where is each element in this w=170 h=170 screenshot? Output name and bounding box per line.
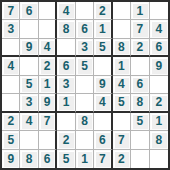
- cell-r3c9[interactable]: 6: [150, 39, 168, 57]
- cell-r8c2[interactable]: [20, 131, 38, 149]
- cell-r5c8[interactable]: 6: [131, 76, 149, 94]
- cell-r6c1[interactable]: [2, 94, 20, 112]
- cell-r4c7[interactable]: 1: [113, 57, 131, 75]
- cell-r5c3[interactable]: 1: [39, 76, 57, 94]
- cell-r5c1[interactable]: [2, 76, 20, 94]
- cell-r7c9[interactable]: 1: [150, 113, 168, 131]
- cell-r8c8[interactable]: [131, 131, 149, 149]
- cell-r1c7[interactable]: [113, 2, 131, 20]
- cell-r9c4[interactable]: 5: [57, 150, 75, 168]
- sudoku-puzzle: 7642138617494358264265195139463914582247…: [0, 0, 170, 170]
- cell-r2c7[interactable]: [113, 20, 131, 38]
- cell-r7c6[interactable]: [94, 113, 112, 131]
- cell-r6c7[interactable]: 5: [113, 94, 131, 112]
- cell-r3c5[interactable]: 3: [76, 39, 94, 57]
- cell-r8c1[interactable]: 5: [2, 131, 20, 149]
- cell-r3c1[interactable]: [2, 39, 20, 57]
- cell-r3c3[interactable]: 4: [39, 39, 57, 57]
- cell-r1c5[interactable]: [76, 2, 94, 20]
- cell-r8c9[interactable]: 8: [150, 131, 168, 149]
- cell-r5c7[interactable]: 4: [113, 76, 131, 94]
- cell-r9c1[interactable]: 9: [2, 150, 20, 168]
- cell-r7c1[interactable]: 2: [2, 113, 20, 131]
- cell-r9c9[interactable]: [150, 150, 168, 168]
- cell-r1c3[interactable]: [39, 2, 57, 20]
- cell-r2c6[interactable]: 1: [94, 20, 112, 38]
- cell-r2c3[interactable]: [39, 20, 57, 38]
- cell-r5c2[interactable]: 5: [20, 76, 38, 94]
- cell-r6c9[interactable]: 2: [150, 94, 168, 112]
- cell-r7c7[interactable]: [113, 113, 131, 131]
- cell-r5c5[interactable]: [76, 76, 94, 94]
- cell-r6c2[interactable]: 3: [20, 94, 38, 112]
- cell-r7c2[interactable]: 4: [20, 113, 38, 131]
- cell-r9c5[interactable]: 1: [76, 150, 94, 168]
- cell-r1c4[interactable]: 4: [57, 2, 75, 20]
- cell-r9c3[interactable]: 6: [39, 150, 57, 168]
- cell-r5c6[interactable]: 9: [94, 76, 112, 94]
- cell-r7c4[interactable]: [57, 113, 75, 131]
- cell-r2c5[interactable]: 6: [76, 20, 94, 38]
- cell-r1c8[interactable]: 1: [131, 2, 149, 20]
- cell-r9c2[interactable]: 8: [20, 150, 38, 168]
- cell-r2c1[interactable]: 3: [2, 20, 20, 38]
- cell-r4c9[interactable]: 9: [150, 57, 168, 75]
- cell-r8c3[interactable]: [39, 131, 57, 149]
- cell-r5c9[interactable]: [150, 76, 168, 94]
- cell-r7c3[interactable]: 7: [39, 113, 57, 131]
- cell-r8c6[interactable]: 6: [94, 131, 112, 149]
- cell-r3c8[interactable]: 2: [131, 39, 149, 57]
- cell-r1c2[interactable]: 6: [20, 2, 38, 20]
- cell-r7c5[interactable]: 8: [76, 113, 94, 131]
- cell-r5c4[interactable]: 3: [57, 76, 75, 94]
- cell-r8c5[interactable]: [76, 131, 94, 149]
- cell-r6c5[interactable]: [76, 94, 94, 112]
- cell-r9c6[interactable]: 7: [94, 150, 112, 168]
- cell-r6c4[interactable]: 1: [57, 94, 75, 112]
- cell-r4c5[interactable]: 5: [76, 57, 94, 75]
- sudoku-board: 7642138617494358264265195139463914582247…: [0, 0, 170, 170]
- cell-r8c4[interactable]: 2: [57, 131, 75, 149]
- cell-r8c7[interactable]: 7: [113, 131, 131, 149]
- cell-r1c6[interactable]: 2: [94, 2, 112, 20]
- cell-r6c6[interactable]: 4: [94, 94, 112, 112]
- cell-r4c8[interactable]: [131, 57, 149, 75]
- cell-r9c7[interactable]: 2: [113, 150, 131, 168]
- cell-r3c6[interactable]: 5: [94, 39, 112, 57]
- cell-r1c9[interactable]: [150, 2, 168, 20]
- cell-r3c2[interactable]: 9: [20, 39, 38, 57]
- cell-r7c8[interactable]: 5: [131, 113, 149, 131]
- cell-r4c3[interactable]: 2: [39, 57, 57, 75]
- cell-r9c8[interactable]: [131, 150, 149, 168]
- cell-r1c1[interactable]: 7: [2, 2, 20, 20]
- cell-r3c7[interactable]: 8: [113, 39, 131, 57]
- cell-r4c6[interactable]: [94, 57, 112, 75]
- cell-r4c4[interactable]: 6: [57, 57, 75, 75]
- cell-r2c9[interactable]: 4: [150, 20, 168, 38]
- cell-r2c8[interactable]: 7: [131, 20, 149, 38]
- cell-r4c2[interactable]: [20, 57, 38, 75]
- cell-r2c4[interactable]: 8: [57, 20, 75, 38]
- cell-r6c3[interactable]: 9: [39, 94, 57, 112]
- cell-r2c2[interactable]: [20, 20, 38, 38]
- cell-r3c4[interactable]: [57, 39, 75, 57]
- cell-r6c8[interactable]: 8: [131, 94, 149, 112]
- cell-r4c1[interactable]: 4: [2, 57, 20, 75]
